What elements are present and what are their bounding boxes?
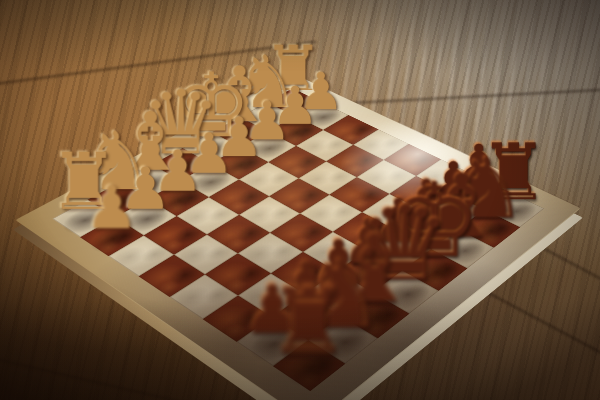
rook-glyph: ♜ bbox=[238, 210, 379, 366]
scene-3d: ♜♞♝♛♚♝♞♜♟♟♟♟♟♟♟♟♟♟♟♟♟♟♟♟♜♞♝♛♚♝♞♜ bbox=[0, 0, 600, 400]
pawn-glyph: ♟ bbox=[50, 101, 173, 237]
chess-board: ♜♞♝♛♚♝♞♜♟♟♟♟♟♟♟♟♟♟♟♟♟♟♟♟♜♞♝♛♚♝♞♜ bbox=[15, 73, 580, 400]
photo-stage: ♜♞♝♛♚♝♞♜♟♟♟♟♟♟♟♟♟♟♟♟♟♟♟♟♜♞♝♛♚♝♞♜ Marble … bbox=[0, 0, 600, 400]
